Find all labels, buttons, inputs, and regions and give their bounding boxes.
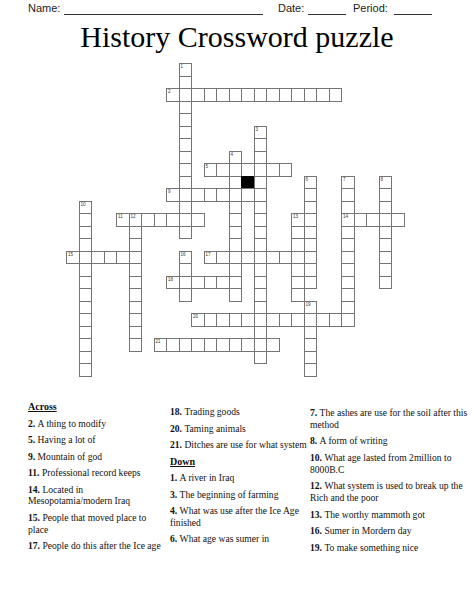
cell-number: 10 [81,202,86,207]
grid-cell[interactable] [304,238,318,252]
clue-number: 14. [28,484,42,495]
grid-cell[interactable] [291,288,305,302]
grid-cell[interactable] [229,263,243,277]
grid-cell[interactable] [179,163,193,177]
date-field[interactable] [308,2,346,15]
clue-number: 3. [170,489,180,500]
grid-cell[interactable] [254,251,268,265]
grid-cell[interactable] [254,276,268,290]
grid-cell[interactable] [116,251,130,265]
grid-cell[interactable]: 3 [254,126,268,140]
grid-cell[interactable] [104,251,118,265]
grid-cell[interactable]: 18 [166,276,180,290]
clue-number: 2. [28,418,38,429]
clue-number: 10. [310,452,324,463]
grid-cell[interactable]: 2 [166,88,180,102]
grid-cell[interactable] [179,88,193,102]
grid-cell[interactable] [254,313,268,327]
clue-number: 16. [310,525,324,536]
grid-cell[interactable] [304,326,318,340]
clue-item: 8. A form of writing [310,435,468,447]
grid-cell[interactable] [179,113,193,127]
grid-cell[interactable] [229,201,243,215]
grid-cell[interactable] [79,301,93,315]
clue-item: 13. The worthy mammoth got [310,509,468,521]
clue-number: 9. [28,451,38,462]
grid-cell[interactable] [204,188,218,202]
grid-cell[interactable]: 8 [379,176,393,190]
grid-cell[interactable] [129,326,143,340]
period-field[interactable] [394,2,432,15]
grid-cell[interactable] [179,213,193,227]
grid-cell[interactable] [254,213,268,227]
grid-cell[interactable] [329,88,343,102]
grid-cell[interactable] [241,313,255,327]
grid-cell[interactable] [341,313,355,327]
grid-cell[interactable] [79,238,93,252]
grid-cell[interactable] [229,213,243,227]
grid-cell[interactable] [179,126,193,140]
grid-cell[interactable] [291,226,305,240]
grid-cell[interactable] [316,313,330,327]
grid-cell[interactable] [241,188,255,202]
grid-cell[interactable] [79,288,93,302]
grid-cell[interactable] [366,213,380,227]
clue-number: 15. [28,512,42,523]
grid-cell[interactable] [279,88,293,102]
grid-cell[interactable] [254,163,268,177]
grid-cell[interactable] [241,88,255,102]
clue-item: 18. Trading goods [170,406,310,418]
clue-number: 7. [310,407,320,418]
clue-item: 6. What age was sumer in [170,533,310,545]
grid-cell[interactable] [204,338,218,352]
grid-cell[interactable] [129,313,143,327]
grid-cell[interactable] [304,363,318,377]
grid-cell[interactable] [379,213,393,227]
clue-item: 20. Taming animals [170,423,310,435]
grid-cell[interactable] [229,88,243,102]
grid-cell[interactable] [341,263,355,277]
grid-cell[interactable] [254,176,268,190]
grid-cell[interactable] [254,138,268,152]
grid-cell[interactable] [79,351,93,365]
cell-number: 16 [181,252,186,257]
grid-cell[interactable] [179,176,193,190]
grid-cell[interactable] [191,213,205,227]
grid-cell[interactable] [304,338,318,352]
grid-cell[interactable] [329,313,343,327]
clue-number: 5. [28,434,38,445]
grid-cell[interactable] [291,88,305,102]
grid-cell[interactable] [129,226,143,240]
clue-item: 12. What system is used to break up the … [310,480,468,504]
grid-cell[interactable] [341,226,355,240]
grid-cell[interactable]: 6 [304,176,318,190]
clue-number: 4. [170,505,180,516]
grid-cell[interactable] [304,351,318,365]
grid-cell[interactable] [304,276,318,290]
grid-cell[interactable] [179,138,193,152]
grid-cell[interactable] [254,88,268,102]
grid-cell[interactable] [79,251,93,265]
clue-list-header: Across [28,401,168,413]
clue-number: 17. [28,540,42,551]
grid-cell[interactable] [254,151,268,165]
clue-item: 21. Ditches are use for what system [170,439,310,451]
grid-cell[interactable] [304,263,318,277]
grid-cell[interactable] [379,238,393,252]
grid-cell[interactable] [229,226,243,240]
period-label: Period: [353,2,388,14]
grid-cell[interactable] [254,226,268,240]
grid-cell[interactable] [179,263,193,277]
grid-cell[interactable] [204,276,218,290]
cell-number: 12 [131,214,136,219]
grid-cell[interactable]: 11 [116,213,130,227]
grid-cell[interactable] [304,251,318,265]
cell-number: 4 [231,152,234,157]
grid-cell[interactable] [291,276,305,290]
grid-cell[interactable]: 17 [204,251,218,265]
grid-cell[interactable] [179,338,193,352]
grid-cell[interactable]: 4 [229,151,243,165]
grid-cell[interactable] [216,276,230,290]
grid-cell[interactable] [379,226,393,240]
cell-number: 13 [293,214,298,219]
clue-number: 11. [28,467,42,478]
grid-cell[interactable] [379,263,393,277]
grid-cell[interactable]: 13 [291,213,305,227]
cell-number: 17 [206,252,211,257]
grid-cell[interactable] [204,88,218,102]
clue-item: 1. A river in Iraq [170,472,310,484]
clue-item: 19. To make something nice [310,542,468,554]
grid-cell[interactable] [304,88,318,102]
grid-cell[interactable] [266,88,280,102]
page-title: History Crossword puzzle [0,20,474,54]
grid-cell[interactable] [79,263,93,277]
clue-number: 21. [170,439,184,450]
grid-cell[interactable] [216,338,230,352]
grid-cell[interactable] [254,201,268,215]
cell-number: 20 [193,314,198,319]
grid-cell[interactable] [241,338,255,352]
grid-cell[interactable] [229,176,243,190]
clue-column-2: 18. Trading goods20. Taming animals21. D… [170,406,310,550]
grid-cell[interactable] [354,213,368,227]
clue-item: 3. The beginning of farming [170,489,310,501]
grid-cell[interactable] [179,276,193,290]
clue-number: 12. [310,480,324,491]
grid-cell[interactable] [216,313,230,327]
cell-number: 1 [181,64,184,69]
clue-item: 2. A thing to modify [28,418,168,430]
grid-cell[interactable]: 7 [341,176,355,190]
grid-cell[interactable] [304,226,318,240]
grid-cell[interactable] [379,188,393,202]
clue-number: 20. [170,423,184,434]
grid-cell[interactable]: 21 [154,338,168,352]
grid-cell[interactable] [154,213,168,227]
clue-item: 4. What was use after the Ice Age finish… [170,505,310,529]
cell-number: 18 [168,277,173,282]
grid-cell[interactable] [79,226,93,240]
cell-number: 2 [168,89,171,94]
cell-number: 5 [206,164,209,169]
grid-cell[interactable] [79,363,93,377]
grid-cell[interactable] [216,188,230,202]
grid-cell[interactable] [141,213,155,227]
name-field[interactable] [64,2,263,15]
grid-cell[interactable] [229,188,243,202]
grid-cell[interactable] [379,276,393,290]
grid-cell[interactable] [291,313,305,327]
grid-cell[interactable] [179,201,193,215]
grid-cell[interactable] [191,88,205,102]
grid-cell[interactable]: 20 [191,313,205,327]
grid-cell[interactable]: 19 [304,301,318,315]
grid-cell[interactable] [341,188,355,202]
grid-cell[interactable] [266,163,280,177]
grid-cell[interactable] [291,251,305,265]
grid-cell[interactable] [291,263,305,277]
cell-number: 21 [156,339,161,344]
grid-cell[interactable] [279,313,293,327]
grid-cell[interactable]: 5 [204,163,218,177]
clue-item: 5. Having a lot of [28,434,168,446]
grid-cell[interactable] [254,188,268,202]
grid-cell[interactable] [179,226,193,240]
clue-list-header: Down [170,456,310,468]
cell-number: 3 [256,127,259,132]
grid-cell[interactable] [129,263,143,277]
black-cell [241,176,255,190]
worksheet-page: Name: Date: Period: History Crossword pu… [0,0,474,613]
clue-item: 9. Mountain of god [28,451,168,463]
name-label: Name: [28,2,60,14]
grid-cell[interactable] [79,313,93,327]
grid-cell[interactable] [229,338,243,352]
grid-cell[interactable] [79,338,93,352]
clue-item: 11. Professional record keeps [28,467,168,479]
clue-item: 16. Sumer in Mordern day [310,525,468,537]
grid-cell[interactable]: 15 [66,251,80,265]
grid-cell[interactable] [216,88,230,102]
clue-number: 18. [170,406,184,417]
grid-cell[interactable] [279,163,293,177]
grid-cell[interactable]: 12 [129,213,143,227]
grid-cell[interactable] [204,313,218,327]
grid-cell[interactable] [166,213,180,227]
grid-cell[interactable] [79,276,93,290]
grid-cell[interactable] [254,288,268,302]
grid-cell[interactable] [229,163,243,177]
grid-cell[interactable] [304,213,318,227]
clue-number: 13. [310,509,324,520]
grid-cell[interactable] [341,276,355,290]
clue-item: 15. People that moved place to place [28,512,168,536]
grid-cell[interactable] [191,188,205,202]
grid-cell[interactable] [341,251,355,265]
grid-cell[interactable] [341,301,355,315]
grid-cell[interactable] [129,251,143,265]
date-label: Date: [278,2,304,14]
grid-cell[interactable] [379,201,393,215]
grid-cell[interactable] [229,276,243,290]
cell-number: 6 [306,177,309,182]
cell-number: 7 [343,177,346,182]
grid-cell[interactable] [254,238,268,252]
cell-number: 14 [343,214,348,219]
grid-cell[interactable]: 14 [341,213,355,227]
grid-cell[interactable] [179,188,193,202]
grid-cell[interactable] [191,338,205,352]
clue-item: 17. People do this after the Ice age [28,540,168,552]
grid-cell[interactable] [179,288,193,302]
cell-number: 15 [68,252,73,257]
grid-cell[interactable] [229,288,243,302]
grid-cell[interactable]: 16 [179,251,193,265]
cell-number: 9 [168,189,171,194]
header-fill-in-row: Name: Date: Period: [0,1,474,17]
grid-cell[interactable] [316,88,330,102]
grid-cell[interactable] [179,76,193,90]
clue-column-1: Across2. A thing to modify5. Having a lo… [28,401,168,557]
grid-cell[interactable] [166,338,180,352]
clue-item: 7. The ashes are use for the soil after … [310,407,468,431]
grid-cell[interactable] [129,338,143,352]
grid-cell[interactable] [216,163,230,177]
clue-number: 1. [170,472,180,483]
clue-item: 10. What age lasted from 2million to 800… [310,452,468,476]
clue-number: 8. [310,435,320,446]
clue-column-3: 7. The ashes are use for the soil after … [310,407,468,558]
grid-cell[interactable] [391,213,405,227]
grid-cell[interactable] [341,201,355,215]
grid-cell[interactable] [266,313,280,327]
grid-cell[interactable] [291,238,305,252]
grid-cell[interactable] [304,188,318,202]
cell-number: 11 [118,214,123,219]
grid-cell[interactable]: 1 [179,63,193,77]
grid-cell[interactable] [254,301,268,315]
grid-cell[interactable] [254,326,268,340]
cell-number: 8 [381,177,384,182]
grid-cell[interactable] [266,338,280,352]
grid-cell[interactable] [129,288,143,302]
grid-cell[interactable] [216,251,230,265]
clue-item: 14. Located in Mesopotamia/modern Iraq [28,484,168,508]
grid-cell[interactable] [129,276,143,290]
grid-cell[interactable] [241,251,255,265]
cell-number: 19 [306,302,311,307]
grid-cell[interactable] [304,201,318,215]
crossword-grid: 123456789101112131415161718192021 [66,63,404,376]
grid-cell[interactable] [79,326,93,340]
grid-cell[interactable] [229,313,243,327]
grid-cell[interactable] [254,338,268,352]
grid-cell[interactable] [79,213,93,227]
grid-cell[interactable] [179,151,193,165]
grid-cell[interactable] [266,251,280,265]
grid-cell[interactable] [191,276,205,290]
grid-cell[interactable] [229,251,243,265]
clue-number: 6. [170,533,180,544]
grid-cell[interactable]: 9 [166,188,180,202]
grid-cell[interactable] [91,251,105,265]
grid-cell[interactable]: 10 [79,201,93,215]
grid-cell[interactable] [304,313,318,327]
grid-cell[interactable] [341,288,355,302]
grid-cell[interactable] [241,163,255,177]
grid-cell[interactable] [379,251,393,265]
grid-cell[interactable] [254,351,268,365]
grid-cell[interactable] [341,238,355,252]
clue-number: 19. [310,542,324,553]
grid-cell[interactable] [179,101,193,115]
grid-cell[interactable] [129,238,143,252]
grid-cell[interactable] [129,301,143,315]
grid-cell[interactable] [279,251,293,265]
grid-cell[interactable] [254,263,268,277]
grid-cell[interactable] [229,238,243,252]
